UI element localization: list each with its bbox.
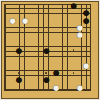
black-stone-K10: ● <box>43 47 49 54</box>
black-stone-M4: ● <box>53 69 59 76</box>
white-stone-E17: ● <box>22 17 28 24</box>
star-point <box>18 27 20 29</box>
star-point <box>18 72 20 74</box>
white-stone-R15: ● <box>77 31 83 38</box>
star-point <box>45 27 47 29</box>
black-stone-D10: ● <box>16 47 22 54</box>
star-point <box>73 27 75 29</box>
white-stone-R2: ● <box>77 84 83 91</box>
star-point <box>73 72 75 74</box>
white-stone-C17: ● <box>10 17 16 24</box>
black-stone-D3: ● <box>16 76 22 83</box>
white-stone-M2: ● <box>53 84 59 91</box>
star-point <box>45 72 47 74</box>
black-stone-Q19: ● <box>70 2 76 9</box>
black-stone-K3: ● <box>43 76 49 83</box>
board-grid: ●●●●●●●●●●●●●●● <box>2 2 93 93</box>
black-stone-S17: ● <box>83 17 89 24</box>
go-diagram: ●●●●●●●●●●●●●●● <box>0 0 100 100</box>
star-point <box>73 49 75 51</box>
white-stone-S5: ● <box>83 62 89 69</box>
